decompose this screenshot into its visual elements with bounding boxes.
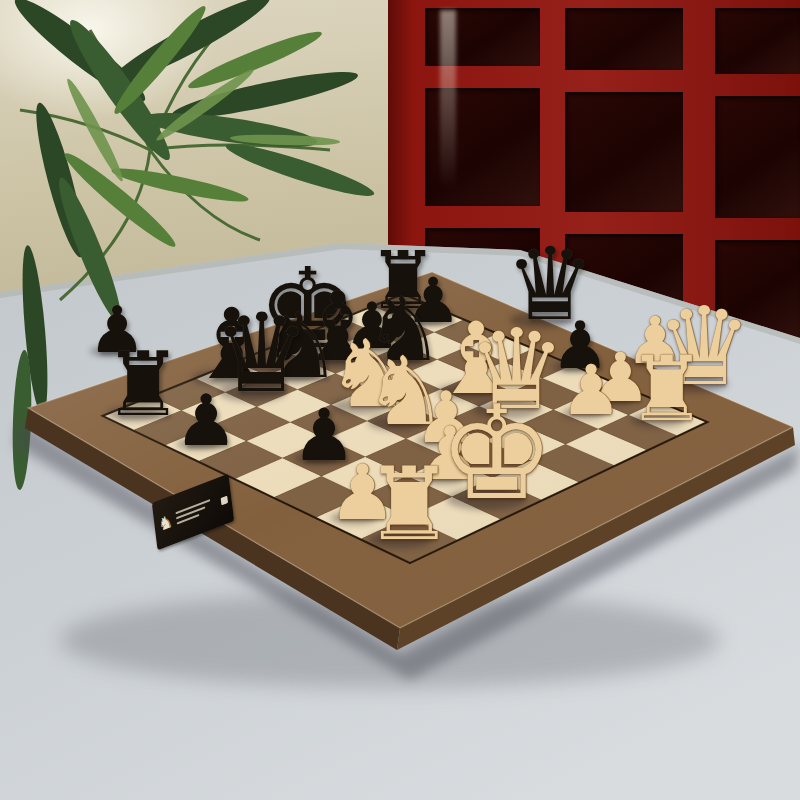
black-pawn-a6[interactable]: ♟ [174,386,238,457]
white-rook-h1[interactable]: ♜ [627,345,707,434]
maker-text-lines [176,497,218,525]
white-rook-a1[interactable]: ♜ [364,456,454,557]
white-pawn-g2[interactable]: ♟ [560,357,622,426]
maker-knight-logo-icon: ♞ [157,511,173,534]
photo-scene: ♞ ♜♛♟♟♚♟♞♝♟♟♞♝♛♝♛♟♞♛♟♜♜♞♟♟♟♟♚♟♜ [0,0,800,800]
black-rook-a8[interactable]: ♜ [103,340,183,429]
white-king-c1[interactable]: ♚ [439,389,555,519]
maker-chip [221,495,228,505]
